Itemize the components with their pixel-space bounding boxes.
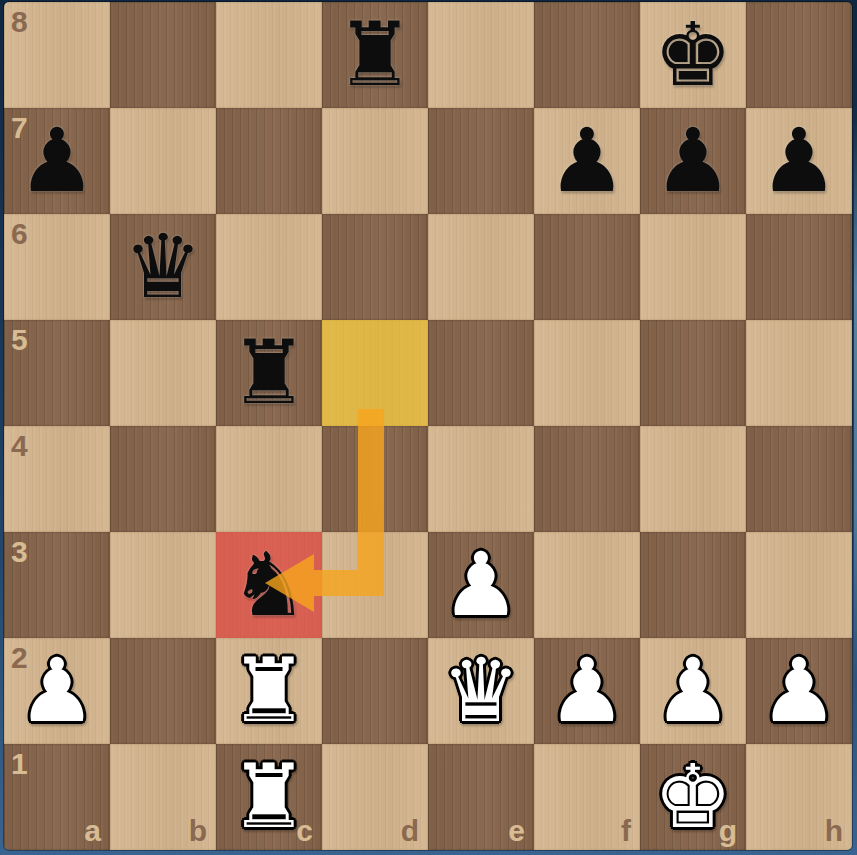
white-pawn-icon[interactable]: ♟	[534, 638, 640, 744]
highlight-move-origin	[322, 320, 428, 426]
file-label-b: b	[189, 814, 207, 848]
square-g2[interactable]: ♟	[640, 638, 746, 744]
square-f3[interactable]	[534, 532, 640, 638]
square-a8[interactable]: 8	[4, 2, 110, 108]
square-b8[interactable]	[110, 2, 216, 108]
file-label-d: d	[401, 814, 419, 848]
file-label-h: h	[825, 814, 843, 848]
file-label-e: e	[508, 814, 525, 848]
square-f1[interactable]: f	[534, 744, 640, 850]
square-c8[interactable]	[216, 2, 322, 108]
square-h3[interactable]	[746, 532, 852, 638]
black-pawn-icon[interactable]: ♟	[746, 108, 852, 214]
square-c7[interactable]	[216, 108, 322, 214]
black-pawn-icon[interactable]: ♟	[4, 108, 110, 214]
square-h6[interactable]	[746, 214, 852, 320]
square-g8[interactable]: ♚	[640, 2, 746, 108]
chess-board: 8♜♚7♟♟♟♟6♛5♜43♞♟2♟♜♛♟♟♟1abc♜defg♚h	[4, 2, 852, 850]
square-h8[interactable]	[746, 2, 852, 108]
black-king-icon[interactable]: ♚	[640, 2, 746, 108]
square-a2[interactable]: 2♟	[4, 638, 110, 744]
black-queen-icon[interactable]: ♛	[110, 214, 216, 320]
black-pawn-icon[interactable]: ♟	[640, 108, 746, 214]
square-f6[interactable]	[534, 214, 640, 320]
file-label-a: a	[84, 814, 101, 848]
square-a3[interactable]: 3	[4, 532, 110, 638]
square-d2[interactable]	[322, 638, 428, 744]
square-g6[interactable]	[640, 214, 746, 320]
square-f8[interactable]	[534, 2, 640, 108]
square-d5[interactable]	[322, 320, 428, 426]
square-e8[interactable]	[428, 2, 534, 108]
square-c3[interactable]: ♞	[216, 532, 322, 638]
black-rook-icon[interactable]: ♜	[322, 2, 428, 108]
rank-label-6: 6	[11, 217, 28, 251]
square-d1[interactable]: d	[322, 744, 428, 850]
square-b3[interactable]	[110, 532, 216, 638]
white-pawn-icon[interactable]: ♟	[746, 638, 852, 744]
square-e4[interactable]	[428, 426, 534, 532]
square-c5[interactable]: ♜	[216, 320, 322, 426]
square-d4[interactable]	[322, 426, 428, 532]
rank-label-5: 5	[11, 323, 28, 357]
square-h7[interactable]: ♟	[746, 108, 852, 214]
square-g7[interactable]: ♟	[640, 108, 746, 214]
white-rook-icon[interactable]: ♜	[216, 638, 322, 744]
black-knight-icon[interactable]: ♞	[216, 532, 322, 638]
square-b7[interactable]	[110, 108, 216, 214]
rank-label-1: 1	[11, 747, 28, 781]
square-b2[interactable]	[110, 638, 216, 744]
white-pawn-icon[interactable]: ♟	[428, 532, 534, 638]
white-queen-icon[interactable]: ♛	[428, 638, 534, 744]
rank-label-8: 8	[11, 5, 28, 39]
white-pawn-icon[interactable]: ♟	[640, 638, 746, 744]
square-b6[interactable]: ♛	[110, 214, 216, 320]
square-g3[interactable]	[640, 532, 746, 638]
black-pawn-icon[interactable]: ♟	[534, 108, 640, 214]
square-f5[interactable]	[534, 320, 640, 426]
square-h5[interactable]	[746, 320, 852, 426]
square-f7[interactable]: ♟	[534, 108, 640, 214]
square-a1[interactable]: 1a	[4, 744, 110, 850]
square-h4[interactable]	[746, 426, 852, 532]
square-g4[interactable]	[640, 426, 746, 532]
white-pawn-icon[interactable]: ♟	[4, 638, 110, 744]
rank-label-4: 4	[11, 429, 28, 463]
square-a4[interactable]: 4	[4, 426, 110, 532]
square-e5[interactable]	[428, 320, 534, 426]
square-g1[interactable]: g♚	[640, 744, 746, 850]
square-e7[interactable]	[428, 108, 534, 214]
black-rook-icon[interactable]: ♜	[216, 320, 322, 426]
square-d3[interactable]	[322, 532, 428, 638]
square-a5[interactable]: 5	[4, 320, 110, 426]
square-f2[interactable]: ♟	[534, 638, 640, 744]
square-b5[interactable]	[110, 320, 216, 426]
square-d7[interactable]	[322, 108, 428, 214]
square-a7[interactable]: 7♟	[4, 108, 110, 214]
square-b1[interactable]: b	[110, 744, 216, 850]
white-rook-icon[interactable]: ♜	[216, 744, 322, 850]
square-c1[interactable]: c♜	[216, 744, 322, 850]
rank-label-3: 3	[11, 535, 28, 569]
file-label-f: f	[621, 814, 631, 848]
square-c4[interactable]	[216, 426, 322, 532]
square-e3[interactable]: ♟	[428, 532, 534, 638]
square-e1[interactable]: e	[428, 744, 534, 850]
square-f4[interactable]	[534, 426, 640, 532]
square-b4[interactable]	[110, 426, 216, 532]
white-king-icon[interactable]: ♚	[640, 744, 746, 850]
square-e6[interactable]	[428, 214, 534, 320]
square-h2[interactable]: ♟	[746, 638, 852, 744]
square-c6[interactable]	[216, 214, 322, 320]
square-d6[interactable]	[322, 214, 428, 320]
square-c2[interactable]: ♜	[216, 638, 322, 744]
square-g5[interactable]	[640, 320, 746, 426]
square-d8[interactable]: ♜	[322, 2, 428, 108]
square-a6[interactable]: 6	[4, 214, 110, 320]
square-e2[interactable]: ♛	[428, 638, 534, 744]
square-h1[interactable]: h	[746, 744, 852, 850]
